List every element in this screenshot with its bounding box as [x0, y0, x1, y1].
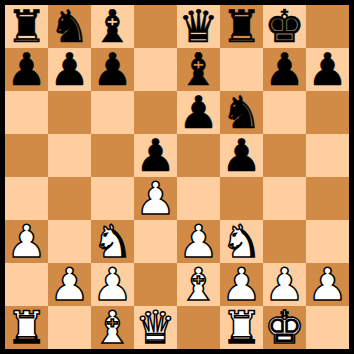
square-a1[interactable]: ♜︎: [5, 306, 48, 349]
square-a6[interactable]: [5, 91, 48, 134]
square-e5[interactable]: [177, 134, 220, 177]
square-h4[interactable]: [306, 177, 349, 220]
square-d4[interactable]: ♟︎: [134, 177, 177, 220]
piece-white-bishop[interactable]: ♝︎: [178, 263, 218, 306]
piece-black-pawn[interactable]: ♟︎: [49, 48, 89, 91]
chess-board-frame: ♜︎♞︎♝︎♛︎♜︎♚︎♟︎♟︎♟︎♝︎♟︎♟︎♟︎♞︎♟︎♟︎♟︎♟︎♞︎♟︎…: [0, 0, 354, 354]
square-d8[interactable]: [134, 5, 177, 48]
square-g1[interactable]: ♚︎: [263, 306, 306, 349]
piece-black-knight[interactable]: ♞︎: [221, 91, 261, 134]
square-d3[interactable]: [134, 220, 177, 263]
chess-board: ♜︎♞︎♝︎♛︎♜︎♚︎♟︎♟︎♟︎♝︎♟︎♟︎♟︎♞︎♟︎♟︎♟︎♟︎♞︎♟︎…: [5, 5, 349, 349]
piece-black-bishop[interactable]: ♝︎: [92, 5, 132, 48]
square-h3[interactable]: [306, 220, 349, 263]
piece-white-pawn[interactable]: ♟︎: [6, 220, 46, 263]
square-b3[interactable]: [48, 220, 91, 263]
square-e1[interactable]: [177, 306, 220, 349]
square-f6[interactable]: ♞︎: [220, 91, 263, 134]
square-c5[interactable]: [91, 134, 134, 177]
piece-black-king[interactable]: ♚︎: [264, 5, 304, 48]
square-c8[interactable]: ♝︎: [91, 5, 134, 48]
square-e4[interactable]: [177, 177, 220, 220]
square-b8[interactable]: ♞︎: [48, 5, 91, 48]
square-b2[interactable]: ♟︎: [48, 263, 91, 306]
piece-white-pawn[interactable]: ♟︎: [264, 263, 304, 306]
square-f5[interactable]: ♟︎: [220, 134, 263, 177]
piece-black-pawn[interactable]: ♟︎: [221, 134, 261, 177]
piece-black-pawn[interactable]: ♟︎: [307, 48, 347, 91]
square-f4[interactable]: [220, 177, 263, 220]
square-c3[interactable]: ♞︎: [91, 220, 134, 263]
square-b5[interactable]: [48, 134, 91, 177]
piece-black-pawn[interactable]: ♟︎: [135, 134, 175, 177]
square-h6[interactable]: [306, 91, 349, 134]
piece-black-pawn[interactable]: ♟︎: [92, 48, 132, 91]
square-h2[interactable]: ♟︎: [306, 263, 349, 306]
square-c7[interactable]: ♟︎: [91, 48, 134, 91]
piece-white-rook[interactable]: ♜︎: [6, 306, 46, 349]
square-g2[interactable]: ♟︎: [263, 263, 306, 306]
square-g5[interactable]: [263, 134, 306, 177]
piece-white-knight[interactable]: ♞︎: [92, 220, 132, 263]
square-f3[interactable]: ♞︎: [220, 220, 263, 263]
piece-white-pawn[interactable]: ♟︎: [307, 263, 347, 306]
square-c4[interactable]: [91, 177, 134, 220]
square-b1[interactable]: [48, 306, 91, 349]
square-a4[interactable]: [5, 177, 48, 220]
piece-black-queen[interactable]: ♛︎: [178, 5, 218, 48]
square-f1[interactable]: ♜︎: [220, 306, 263, 349]
square-g8[interactable]: ♚︎: [263, 5, 306, 48]
square-f7[interactable]: [220, 48, 263, 91]
piece-white-pawn[interactable]: ♟︎: [178, 220, 218, 263]
square-g4[interactable]: [263, 177, 306, 220]
square-b4[interactable]: [48, 177, 91, 220]
piece-white-king[interactable]: ♚︎: [264, 306, 304, 349]
square-g7[interactable]: ♟︎: [263, 48, 306, 91]
piece-black-pawn[interactable]: ♟︎: [6, 48, 46, 91]
piece-black-rook[interactable]: ♜︎: [221, 5, 261, 48]
piece-white-pawn[interactable]: ♟︎: [92, 263, 132, 306]
piece-black-pawn[interactable]: ♟︎: [264, 48, 304, 91]
square-e8[interactable]: ♛︎: [177, 5, 220, 48]
piece-black-pawn[interactable]: ♟︎: [178, 91, 218, 134]
piece-black-bishop[interactable]: ♝︎: [178, 48, 218, 91]
square-b6[interactable]: [48, 91, 91, 134]
square-d2[interactable]: [134, 263, 177, 306]
square-d6[interactable]: [134, 91, 177, 134]
square-h1[interactable]: [306, 306, 349, 349]
square-c2[interactable]: ♟︎: [91, 263, 134, 306]
square-a7[interactable]: ♟︎: [5, 48, 48, 91]
square-a3[interactable]: ♟︎: [5, 220, 48, 263]
square-g3[interactable]: [263, 220, 306, 263]
square-h8[interactable]: [306, 5, 349, 48]
square-e3[interactable]: ♟︎: [177, 220, 220, 263]
square-h7[interactable]: ♟︎: [306, 48, 349, 91]
piece-white-pawn[interactable]: ♟︎: [135, 177, 175, 220]
piece-white-knight[interactable]: ♞︎: [221, 220, 261, 263]
piece-white-pawn[interactable]: ♟︎: [49, 263, 89, 306]
piece-white-queen[interactable]: ♛︎: [135, 306, 175, 349]
square-c6[interactable]: [91, 91, 134, 134]
square-d1[interactable]: ♛︎: [134, 306, 177, 349]
square-b7[interactable]: ♟︎: [48, 48, 91, 91]
square-e7[interactable]: ♝︎: [177, 48, 220, 91]
square-e2[interactable]: ♝︎: [177, 263, 220, 306]
square-e6[interactable]: ♟︎: [177, 91, 220, 134]
square-d5[interactable]: ♟︎: [134, 134, 177, 177]
piece-white-pawn[interactable]: ♟︎: [221, 263, 261, 306]
piece-white-bishop[interactable]: ♝︎: [92, 306, 132, 349]
square-g6[interactable]: [263, 91, 306, 134]
square-f8[interactable]: ♜︎: [220, 5, 263, 48]
piece-black-rook[interactable]: ♜︎: [6, 5, 46, 48]
square-a2[interactable]: [5, 263, 48, 306]
square-d7[interactable]: [134, 48, 177, 91]
piece-black-knight[interactable]: ♞︎: [49, 5, 89, 48]
square-f2[interactable]: ♟︎: [220, 263, 263, 306]
square-c1[interactable]: ♝︎: [91, 306, 134, 349]
piece-white-rook[interactable]: ♜︎: [221, 306, 261, 349]
square-a5[interactable]: [5, 134, 48, 177]
square-h5[interactable]: [306, 134, 349, 177]
square-a8[interactable]: ♜︎: [5, 5, 48, 48]
